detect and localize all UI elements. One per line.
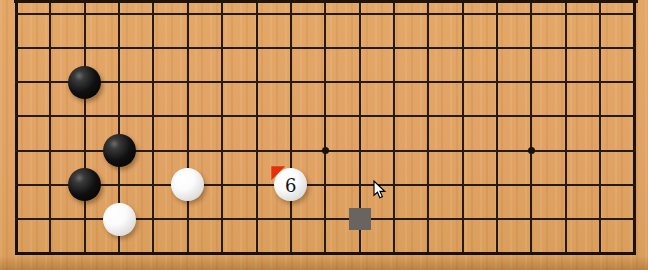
stone-black-c6[interactable]: [68, 66, 101, 99]
grid-line-horizontal: [15, 81, 636, 83]
grid-line-vertical: [152, 0, 154, 255]
grid-line-vertical: [530, 0, 532, 255]
grid-line-vertical: [565, 0, 567, 255]
grid-line-vertical: [462, 0, 464, 255]
gray-square-marker: [349, 208, 371, 230]
grid-line-vertical: [15, 0, 18, 255]
stone-white-j3[interactable]: 6: [274, 168, 307, 201]
grid-line-horizontal: [15, 13, 636, 15]
grid-line-vertical: [427, 0, 429, 255]
grid-line-vertical: [633, 0, 636, 255]
grid-line-horizontal: [15, 184, 636, 186]
move-number-label: 6: [274, 168, 307, 201]
stone-white-d2[interactable]: [103, 203, 136, 236]
stone-black-d4[interactable]: [103, 134, 136, 167]
top-border-strip: [14, 0, 638, 3]
grid-line-vertical: [496, 0, 498, 255]
grid-line-vertical: [84, 0, 86, 255]
grid-line-vertical: [324, 0, 326, 255]
grid-line-vertical: [221, 0, 223, 255]
star-point: [528, 147, 535, 154]
grid-line-vertical: [393, 0, 395, 255]
grid-line-horizontal: [15, 252, 636, 255]
grid-line-vertical: [599, 0, 601, 255]
go-board[interactable]: 6: [0, 0, 648, 270]
grid-line-vertical: [49, 0, 51, 255]
grid-line-horizontal: [15, 47, 636, 49]
stone-white-f3[interactable]: [171, 168, 204, 201]
grid-line-horizontal: [15, 115, 636, 117]
grid-line-vertical: [187, 0, 189, 255]
board-front-shadow: [0, 256, 648, 270]
grid-line-vertical: [256, 0, 258, 255]
grid-line-vertical: [290, 0, 292, 255]
stone-black-c3[interactable]: [68, 168, 101, 201]
star-point: [322, 147, 329, 154]
